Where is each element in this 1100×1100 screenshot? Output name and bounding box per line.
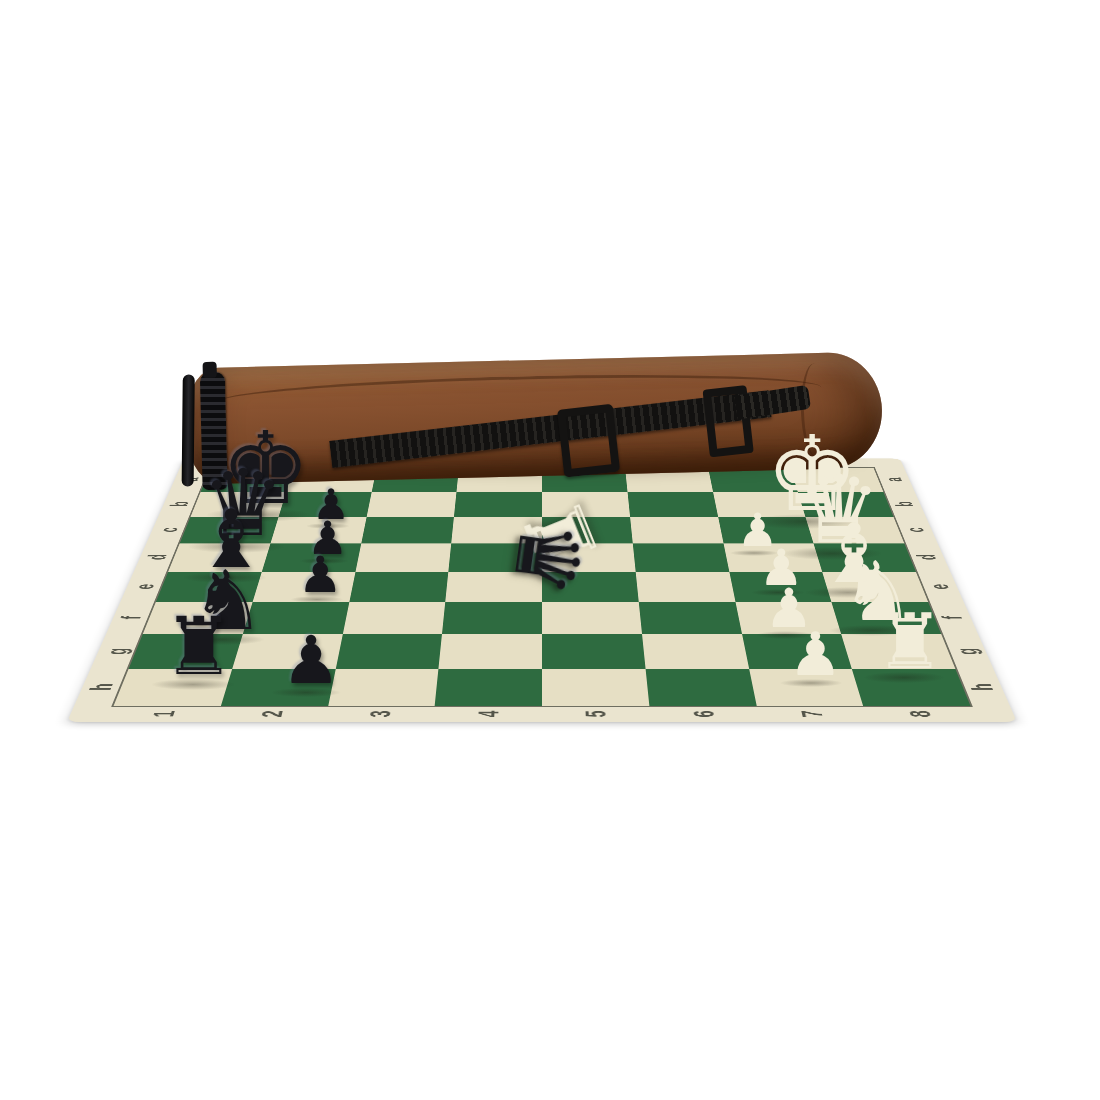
fallen-black-queen[interactable]: ♛ bbox=[498, 503, 597, 613]
pieces-layer: ♚♛♝♞♜♟♟♟♟♚♛♝♞♜♟♟♟♟♜♛ bbox=[0, 0, 1100, 1100]
piece-black-pawn-h2[interactable]: ♟ bbox=[273, 628, 349, 694]
piece-white-pawn-h7[interactable]: ♟ bbox=[781, 624, 850, 684]
product-photo-scene: 1122334455667788aabbccddeeffgghh ♚♛♝♞♜♟♟… bbox=[0, 0, 1100, 1100]
piece-black-pawn-f2[interactable]: ♟ bbox=[292, 550, 349, 600]
piece-white-rook-h8[interactable]: ♜ bbox=[866, 604, 953, 680]
piece-black-rook-h1[interactable]: ♜ bbox=[153, 607, 245, 687]
